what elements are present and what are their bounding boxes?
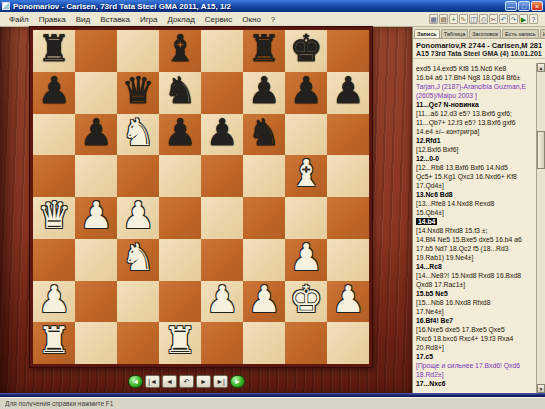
notation-line[interactable]: 13.Nc6 Bd8 bbox=[416, 190, 535, 199]
notation-scrollbar[interactable]: ▲ ▼ bbox=[536, 63, 545, 393]
white-pawn: ♟ bbox=[243, 278, 285, 320]
notation-line[interactable]: 14.e4 ±/– контригра] bbox=[416, 127, 535, 136]
notation-line[interactable]: 14...Rc8 bbox=[416, 262, 535, 271]
event-line: A15 73rd Tata Steel GMA (4) 10.01.2011 bbox=[416, 50, 542, 57]
square-d5[interactable] bbox=[159, 155, 201, 197]
black-pawn: ♟ bbox=[243, 69, 285, 111]
engine-icon[interactable]: ▶ bbox=[519, 14, 528, 24]
undo-icon[interactable]: ↶ bbox=[499, 14, 508, 24]
prev-game-button[interactable]: ◄ bbox=[128, 375, 143, 388]
notation-line[interactable]: Qxd8 17.Rac1±] bbox=[416, 280, 535, 289]
black-pawn: ♟ bbox=[75, 111, 117, 153]
square-g3[interactable]: ♟ bbox=[285, 239, 327, 281]
square-f3[interactable] bbox=[243, 239, 285, 281]
square-e6[interactable]: ♟ bbox=[201, 114, 243, 156]
square-h5[interactable] bbox=[327, 155, 369, 197]
square-c5[interactable] bbox=[117, 155, 159, 197]
new-board-icon[interactable]: ▦ bbox=[429, 14, 438, 24]
notation-line[interactable]: 11...Qb7+ 12.f3 e5? 13.Bxf6 gxf6 bbox=[416, 118, 535, 127]
edit-icon[interactable]: ✎ bbox=[459, 14, 468, 24]
notation-line[interactable]: 18.Rd2±] bbox=[416, 370, 535, 379]
notation-line[interactable]: 16.b4 a6 17.Bh4 Ng8 18.Qd4 Bf6± bbox=[416, 73, 535, 82]
square-e8[interactable] bbox=[201, 30, 243, 72]
square-c7[interactable]: ♛ bbox=[117, 72, 159, 114]
notation-tabs: ЗаписьТаблицаЗаголовокЕсть записьИнфо◂▸ bbox=[413, 27, 545, 39]
notation-window-icon[interactable]: ▤ bbox=[439, 14, 448, 24]
white-king: ♚ bbox=[285, 278, 327, 320]
tab-0[interactable]: Запись bbox=[414, 29, 440, 38]
notation-line[interactable]: Tarjan,J (2187)-Arancibia Guzman,E bbox=[416, 82, 535, 91]
square-f2[interactable]: ♟ bbox=[243, 281, 285, 323]
forward-button[interactable]: ► bbox=[196, 375, 211, 388]
black-king: ♚ bbox=[285, 27, 327, 69]
window-buttons: —□× bbox=[505, 1, 543, 11]
main-content: ♜♝♜♚♟♛♞♟♟♟♟♞♟♟♞♝♛♟♟♞♟♟♟♟♚♟♜♜ ◄|◄◄↶►►|► З… bbox=[0, 27, 545, 393]
notation-line[interactable]: Qc5+ 15.Kg1 Qxc3 16.Nxd6+ Kf8 bbox=[416, 172, 535, 181]
black-pawn: ♟ bbox=[327, 69, 369, 111]
status-bar: Для получения справки нажмите F1 bbox=[0, 397, 545, 409]
square-g7[interactable]: ♟ bbox=[285, 72, 327, 114]
white-pawn: ♟ bbox=[285, 236, 327, 278]
square-e5[interactable] bbox=[201, 155, 243, 197]
square-g2[interactable]: ♚ bbox=[285, 281, 327, 323]
save-icon[interactable]: ◫ bbox=[469, 14, 478, 24]
notation-line[interactable]: 20.Rd8+] bbox=[416, 343, 535, 352]
white-knight: ♞ bbox=[117, 111, 159, 153]
chess-board: ♜♝♜♚♟♛♞♟♟♟♟♞♟♟♞♝♛♟♟♞♟♟♟♟♚♟♜♜ bbox=[33, 30, 369, 364]
white-rook: ♜ bbox=[33, 319, 75, 361]
square-h8[interactable] bbox=[327, 30, 369, 72]
notation-line[interactable]: Rxc6 18.bxc6 Rxc4+ 19.f3 Rxa4 bbox=[416, 334, 535, 343]
notation-line[interactable]: 14.b4 bbox=[416, 217, 535, 226]
tab-2[interactable]: Заголовок bbox=[469, 29, 501, 38]
square-c4[interactable]: ♟ bbox=[117, 197, 159, 239]
square-a7[interactable]: ♟ bbox=[33, 72, 75, 114]
notation-line[interactable]: [11...a6 12.d3 e5? 13.Bxf6 gxf6; bbox=[416, 109, 535, 118]
square-g6[interactable] bbox=[285, 114, 327, 156]
square-e4[interactable] bbox=[201, 197, 243, 239]
square-a1[interactable]: ♜ bbox=[33, 322, 75, 364]
white-queen: ♛ bbox=[33, 194, 75, 236]
square-f4[interactable] bbox=[243, 197, 285, 239]
white-rook: ♜ bbox=[159, 319, 201, 361]
black-knight: ♞ bbox=[243, 111, 285, 153]
print-icon[interactable]: ⎙ bbox=[479, 14, 488, 24]
menu-item-0[interactable]: Файл bbox=[4, 14, 34, 25]
square-d2[interactable] bbox=[159, 281, 201, 323]
minimize-button[interactable]: — bbox=[505, 1, 517, 11]
notation-line[interactable]: 19.Rab1) 19.Ne4±] bbox=[416, 253, 535, 262]
scroll-up-icon[interactable]: ▲ bbox=[537, 63, 545, 72]
square-b3[interactable] bbox=[75, 239, 117, 281]
status-text: Для получения справки нажмите F1 bbox=[5, 400, 113, 407]
notation-panel: ЗаписьТаблицаЗаголовокЕсть записьИнфо◂▸ … bbox=[412, 27, 545, 393]
square-a6[interactable] bbox=[33, 114, 75, 156]
cut-icon[interactable]: ✂ bbox=[489, 14, 498, 24]
white-knight: ♞ bbox=[117, 236, 159, 278]
tab-3[interactable]: Есть запись bbox=[502, 29, 539, 38]
game-navigation: ◄|◄◄↶►►|► bbox=[128, 375, 245, 388]
square-a3[interactable] bbox=[33, 239, 75, 281]
square-d8[interactable]: ♝ bbox=[159, 30, 201, 72]
menu-item-5[interactable]: Доклад bbox=[163, 14, 200, 25]
menu-item-3[interactable]: Вставка bbox=[95, 14, 135, 25]
menu-item-1[interactable]: Правка bbox=[34, 14, 71, 25]
square-b4[interactable]: ♟ bbox=[75, 197, 117, 239]
chessbase-window: Ponomariov - Carlsen, 73rd Tata Steel GM… bbox=[0, 0, 545, 409]
menu-bar: ФайлПравкаВидВставкаИграДокладСервисОкно… bbox=[0, 12, 545, 27]
white-pawn: ♟ bbox=[201, 278, 243, 320]
notation-line[interactable]: [14.Nxd8 Rfxd8 15.f3 ±; bbox=[416, 226, 535, 235]
square-c1[interactable] bbox=[117, 322, 159, 364]
square-g4[interactable] bbox=[285, 197, 327, 239]
board-frame: ♜♝♜♚♟♛♞♟♟♟♟♞♟♟♞♝♛♟♟♞♟♟♟♟♚♟♜♜ bbox=[30, 27, 372, 367]
moves-list: exd5 14.exd5 Kf8 15.Nc6 Ke816.b4 a6 17.B… bbox=[413, 63, 536, 393]
notation-line[interactable]: [15...Nb8 16.Nxd8 Rfxd8 bbox=[416, 298, 535, 307]
square-d6[interactable]: ♟ bbox=[159, 114, 201, 156]
notation-line[interactable]: [12...Rb8 13.Bxf6 Bxf6 14.Nd5 bbox=[416, 163, 535, 172]
square-h4[interactable] bbox=[327, 197, 369, 239]
notation-line[interactable]: [16.Nxe5 dxe5 17.Bxe5 Qxe5 bbox=[416, 325, 535, 334]
white-pawn: ♟ bbox=[327, 278, 369, 320]
square-h2[interactable]: ♟ bbox=[327, 281, 369, 323]
back-button[interactable]: ◄ bbox=[162, 375, 177, 388]
square-f6[interactable]: ♞ bbox=[243, 114, 285, 156]
square-b7[interactable] bbox=[75, 72, 117, 114]
maximize-button[interactable]: □ bbox=[518, 1, 530, 11]
white-pawn: ♟ bbox=[33, 278, 75, 320]
square-a4[interactable]: ♛ bbox=[33, 197, 75, 239]
black-pawn: ♟ bbox=[159, 111, 201, 153]
black-knight: ♞ bbox=[159, 69, 201, 111]
square-b1[interactable] bbox=[75, 322, 117, 364]
app-icon bbox=[2, 2, 10, 10]
notation-line[interactable]: 15.Qb4±] bbox=[416, 208, 535, 217]
black-pawn: ♟ bbox=[285, 69, 327, 111]
menu-item-8[interactable]: ? bbox=[266, 14, 280, 25]
close-button[interactable]: × bbox=[531, 1, 543, 11]
notation-line[interactable]: 14.Bf4 Ne5 15.Bxe5 dxe5 16.b4 a6 bbox=[416, 235, 535, 244]
current-move[interactable]: 14.b4 bbox=[416, 218, 437, 225]
square-f5[interactable] bbox=[243, 155, 285, 197]
square-c2[interactable] bbox=[117, 281, 159, 323]
black-pawn: ♟ bbox=[33, 69, 75, 111]
white-pawn: ♟ bbox=[117, 194, 159, 236]
menu-item-2[interactable]: Вид bbox=[71, 14, 95, 25]
notation-line[interactable]: 17.Ne4±] bbox=[416, 307, 535, 316]
square-c8[interactable] bbox=[117, 30, 159, 72]
square-f7[interactable]: ♟ bbox=[243, 72, 285, 114]
tab-1[interactable]: Таблица bbox=[441, 29, 469, 38]
square-a5[interactable] bbox=[33, 155, 75, 197]
square-f1[interactable] bbox=[243, 322, 285, 364]
goto-start-button[interactable]: |◄ bbox=[145, 375, 160, 388]
notation-line[interactable]: 11...Qe7 N-новинка bbox=[416, 100, 535, 109]
square-g8[interactable]: ♚ bbox=[285, 30, 327, 72]
notation-line[interactable]: 12...0-0 bbox=[416, 154, 535, 163]
new-game-icon[interactable]: + bbox=[449, 14, 458, 24]
notation-line[interactable]: 16.Bf4! Be7 bbox=[416, 316, 535, 325]
notation-line[interactable]: 17.b5 Nd7 18.Qc2 f5 (18...Rd3 bbox=[416, 244, 535, 253]
next-game-button[interactable]: ► bbox=[230, 375, 245, 388]
square-a8[interactable]: ♜ bbox=[33, 30, 75, 72]
black-rook: ♜ bbox=[243, 27, 285, 69]
black-queen: ♛ bbox=[117, 69, 159, 111]
players-line: Ponomariov,R 2744 - Carlsen,M 2814 ½ bbox=[416, 41, 542, 50]
square-b8[interactable] bbox=[75, 30, 117, 72]
window-title: Ponomariov - Carlsen, 73rd Tata Steel GM… bbox=[13, 2, 505, 11]
square-e3[interactable] bbox=[201, 239, 243, 281]
square-c3[interactable]: ♞ bbox=[117, 239, 159, 281]
notation-line[interactable]: exd5 14.exd5 Kf8 15.Nc6 Ke8 bbox=[416, 64, 535, 73]
takeback-button[interactable]: ↶ bbox=[179, 375, 194, 388]
black-bishop: ♝ bbox=[159, 27, 201, 69]
square-d3[interactable] bbox=[159, 239, 201, 281]
white-pawn: ♟ bbox=[75, 194, 117, 236]
title-bar[interactable]: Ponomariov - Carlsen, 73rd Tata Steel GM… bbox=[0, 0, 545, 12]
notation-line[interactable]: [13...Rfe8 14.Nxd8 Rexd8 bbox=[416, 199, 535, 208]
tab-4[interactable]: Инфо bbox=[540, 29, 545, 38]
game-header: Ponomariov,R 2744 - Carlsen,M 2814 ½ A15… bbox=[413, 39, 545, 59]
black-pawn: ♟ bbox=[201, 111, 243, 153]
menu-items: ФайлПравкаВидВставкаИграДокладСервисОкно… bbox=[4, 14, 280, 25]
notation-line[interactable]: 12.Rfd1 bbox=[416, 136, 535, 145]
menu-item-4[interactable]: Игра bbox=[135, 14, 163, 25]
white-bishop: ♝ bbox=[285, 152, 327, 194]
menu-item-7[interactable]: Окно bbox=[237, 14, 266, 25]
square-e7[interactable] bbox=[201, 72, 243, 114]
help-icon[interactable]: ? bbox=[529, 14, 538, 24]
square-d1[interactable]: ♜ bbox=[159, 322, 201, 364]
notation-line[interactable]: [Проще и сильнее 17.Bxd6! Qxd6 bbox=[416, 361, 535, 370]
square-b2[interactable] bbox=[75, 281, 117, 323]
notation-line[interactable]: (2605)/Maipu 2003 ] bbox=[416, 91, 535, 100]
notation-line[interactable]: 17.Qd4±] bbox=[416, 181, 535, 190]
scrollbar-thumb[interactable] bbox=[537, 131, 545, 169]
square-e1[interactable] bbox=[201, 322, 243, 364]
square-h1[interactable] bbox=[327, 322, 369, 364]
square-d7[interactable]: ♞ bbox=[159, 72, 201, 114]
square-d4[interactable] bbox=[159, 197, 201, 239]
toolbar-icons: ▦▤+✎◫⎙✂↶↷▶? bbox=[429, 14, 541, 24]
notation-line[interactable]: [14...Ne8?! 15.Nxd8 Rxd8 16.Bxd8 bbox=[416, 271, 535, 280]
notation-line[interactable]: 15.b5 Ne5 bbox=[416, 289, 535, 298]
notation-line[interactable]: [12.Bxf6 Bxf6] bbox=[416, 145, 535, 154]
redo-icon[interactable]: ↷ bbox=[509, 14, 518, 24]
square-a2[interactable]: ♟ bbox=[33, 281, 75, 323]
goto-end-button[interactable]: ►| bbox=[213, 375, 228, 388]
square-g1[interactable] bbox=[285, 322, 327, 364]
square-e2[interactable]: ♟ bbox=[201, 281, 243, 323]
square-f8[interactable]: ♜ bbox=[243, 30, 285, 72]
scroll-down-icon[interactable]: ▼ bbox=[537, 384, 545, 393]
square-h6[interactable] bbox=[327, 114, 369, 156]
square-h3[interactable] bbox=[327, 239, 369, 281]
square-h7[interactable]: ♟ bbox=[327, 72, 369, 114]
square-c6[interactable]: ♞ bbox=[117, 114, 159, 156]
black-rook: ♜ bbox=[33, 27, 75, 69]
square-b6[interactable]: ♟ bbox=[75, 114, 117, 156]
square-b5[interactable] bbox=[75, 155, 117, 197]
menu-item-6[interactable]: Сервис bbox=[200, 14, 237, 25]
square-g5[interactable]: ♝ bbox=[285, 155, 327, 197]
notation-line[interactable]: 17...Nxc6 bbox=[416, 379, 535, 388]
notation-line[interactable]: 17.c5 bbox=[416, 352, 535, 361]
board-area: ♜♝♜♚♟♛♞♟♟♟♟♞♟♟♞♝♛♟♟♞♟♟♟♟♚♟♜♜ ◄|◄◄↶►►|► bbox=[0, 27, 412, 393]
